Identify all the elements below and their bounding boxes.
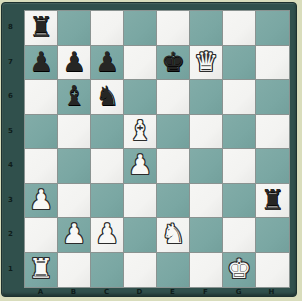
square-b8[interactable] xyxy=(58,11,91,46)
file-label-h: H xyxy=(255,288,288,296)
file-label-c: C xyxy=(90,288,123,296)
square-b3[interactable] xyxy=(58,184,91,219)
square-a8[interactable]: ♜ xyxy=(25,11,58,46)
rank-label-4: 4 xyxy=(2,148,24,183)
square-g1[interactable]: ♚ xyxy=(223,253,256,288)
piece-black-pawn[interactable]: ♟ xyxy=(29,48,53,75)
square-a4[interactable] xyxy=(25,149,58,184)
square-d1[interactable] xyxy=(124,253,157,288)
square-f5[interactable] xyxy=(190,115,223,150)
piece-white-pawn[interactable]: ♟ xyxy=(62,220,86,247)
piece-white-king[interactable]: ♚ xyxy=(227,255,251,282)
square-b4[interactable] xyxy=(58,149,91,184)
piece-white-bishop[interactable]: ♝ xyxy=(128,117,152,144)
square-a7[interactable]: ♟ xyxy=(25,46,58,81)
square-d3[interactable] xyxy=(124,184,157,219)
file-label-g: G xyxy=(222,288,255,296)
piece-white-knight[interactable]: ♞ xyxy=(161,220,185,247)
rank-label-8: 8 xyxy=(2,10,24,45)
square-g8[interactable] xyxy=(223,11,256,46)
square-a6[interactable] xyxy=(25,80,58,115)
square-f7[interactable]: ♛ xyxy=(190,46,223,81)
piece-white-queen[interactable]: ♛ xyxy=(194,48,218,75)
square-g2[interactable] xyxy=(223,218,256,253)
file-label-a: A xyxy=(24,288,57,296)
square-c3[interactable] xyxy=(91,184,124,219)
piece-white-rook[interactable]: ♜ xyxy=(29,255,53,282)
piece-black-bishop[interactable]: ♝ xyxy=(62,82,86,109)
square-f4[interactable] xyxy=(190,149,223,184)
square-e7[interactable]: ♚ xyxy=(157,46,190,81)
square-h6[interactable] xyxy=(256,80,289,115)
square-b6[interactable]: ♝ xyxy=(58,80,91,115)
square-b2[interactable]: ♟ xyxy=(58,218,91,253)
square-a1[interactable]: ♜ xyxy=(25,253,58,288)
piece-white-pawn[interactable]: ♟ xyxy=(29,186,53,213)
square-c5[interactable] xyxy=(91,115,124,150)
square-c1[interactable] xyxy=(91,253,124,288)
square-b7[interactable]: ♟ xyxy=(58,46,91,81)
square-c2[interactable]: ♟ xyxy=(91,218,124,253)
square-a2[interactable] xyxy=(25,218,58,253)
square-h4[interactable] xyxy=(256,149,289,184)
chess-diagram-page: 87654321 ♜♟♟♟♚♛♝♞♝♟♟♜♟♟♞♜♚ ABCDEFGH xyxy=(0,0,302,301)
square-e8[interactable] xyxy=(157,11,190,46)
square-e6[interactable] xyxy=(157,80,190,115)
square-g5[interactable] xyxy=(223,115,256,150)
square-e5[interactable] xyxy=(157,115,190,150)
square-b5[interactable] xyxy=(58,115,91,150)
square-h8[interactable] xyxy=(256,11,289,46)
square-h5[interactable] xyxy=(256,115,289,150)
square-e4[interactable] xyxy=(157,149,190,184)
rank-label-6: 6 xyxy=(2,79,24,114)
piece-black-pawn[interactable]: ♟ xyxy=(95,48,119,75)
file-label-d: D xyxy=(123,288,156,296)
square-e2[interactable]: ♞ xyxy=(157,218,190,253)
square-b1[interactable] xyxy=(58,253,91,288)
square-c4[interactable] xyxy=(91,149,124,184)
rank-label-2: 2 xyxy=(2,217,24,252)
piece-black-knight[interactable]: ♞ xyxy=(95,82,119,109)
square-f8[interactable] xyxy=(190,11,223,46)
rank-label-1: 1 xyxy=(2,252,24,287)
square-g3[interactable] xyxy=(223,184,256,219)
square-f3[interactable] xyxy=(190,184,223,219)
piece-black-king[interactable]: ♚ xyxy=(161,48,185,75)
square-g6[interactable] xyxy=(223,80,256,115)
square-d6[interactable] xyxy=(124,80,157,115)
square-c8[interactable] xyxy=(91,11,124,46)
rank-label-5: 5 xyxy=(2,114,24,149)
square-d2[interactable] xyxy=(124,218,157,253)
square-e1[interactable] xyxy=(157,253,190,288)
file-label-e: E xyxy=(156,288,189,296)
rank-label-3: 3 xyxy=(2,183,24,218)
square-a5[interactable] xyxy=(25,115,58,150)
square-a3[interactable]: ♟ xyxy=(25,184,58,219)
rank-labels: 87654321 xyxy=(2,10,24,288)
square-d7[interactable] xyxy=(124,46,157,81)
file-label-f: F xyxy=(189,288,222,296)
piece-white-pawn[interactable]: ♟ xyxy=(128,151,152,178)
square-e3[interactable] xyxy=(157,184,190,219)
rank-label-7: 7 xyxy=(2,45,24,80)
square-h3[interactable]: ♜ xyxy=(256,184,289,219)
square-d4[interactable]: ♟ xyxy=(124,149,157,184)
file-labels: ABCDEFGH xyxy=(24,288,290,296)
square-f6[interactable] xyxy=(190,80,223,115)
square-d5[interactable]: ♝ xyxy=(124,115,157,150)
piece-black-rook[interactable]: ♜ xyxy=(29,13,53,40)
file-label-b: B xyxy=(57,288,90,296)
square-h7[interactable] xyxy=(256,46,289,81)
square-d8[interactable] xyxy=(124,11,157,46)
chess-board: ♜♟♟♟♚♛♝♞♝♟♟♜♟♟♞♜♚ xyxy=(24,10,290,288)
square-g4[interactable] xyxy=(223,149,256,184)
square-g7[interactable] xyxy=(223,46,256,81)
square-h2[interactable] xyxy=(256,218,289,253)
piece-black-rook[interactable]: ♜ xyxy=(260,186,284,213)
square-f2[interactable] xyxy=(190,218,223,253)
square-h1[interactable] xyxy=(256,253,289,288)
piece-white-pawn[interactable]: ♟ xyxy=(95,220,119,247)
square-f1[interactable] xyxy=(190,253,223,288)
piece-black-pawn[interactable]: ♟ xyxy=(62,48,86,75)
square-c7[interactable]: ♟ xyxy=(91,46,124,81)
square-c6[interactable]: ♞ xyxy=(91,80,124,115)
board-frame: 87654321 ♜♟♟♟♚♛♝♞♝♟♟♜♟♟♞♜♚ ABCDEFGH xyxy=(1,2,297,297)
